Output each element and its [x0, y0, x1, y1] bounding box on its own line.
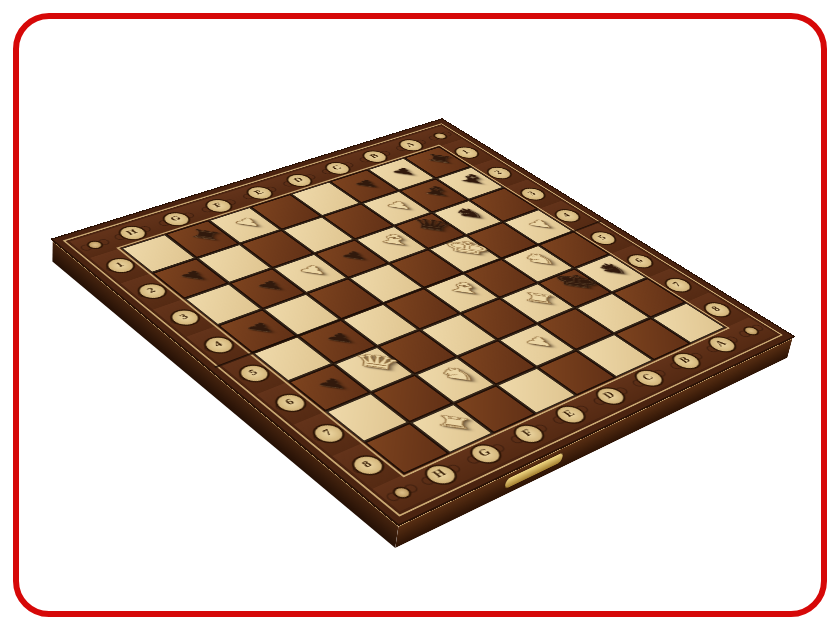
piece-black-knight-b3[interactable]: ♞ [451, 205, 488, 220]
file-label-near-D-medallion: D [590, 384, 632, 408]
file-label-near-B-medallion: B [666, 350, 706, 373]
piece-white-pawn-a4[interactable]: ♟ [526, 217, 555, 229]
square-g8[interactable]: ♜ [410, 403, 494, 453]
rank-label-left-3-medallion: 3 [164, 306, 205, 329]
file-label-near-C-medallion: C [629, 367, 670, 391]
square-d6[interactable] [460, 298, 537, 340]
piece-white-pawn-d7[interactable]: ♟ [523, 334, 555, 349]
square-d7[interactable]: ♟ [498, 324, 576, 368]
piece-white-queen-g6[interactable]: ♛ [350, 350, 403, 374]
square-h4[interactable]: ♟ [217, 309, 297, 353]
piece-black-pawn-h6[interactable]: ♟ [314, 375, 349, 391]
border-corner-dot-icon [84, 239, 107, 251]
piece-white-rook-g8[interactable]: ♜ [434, 413, 475, 432]
square-g5[interactable]: ♟ [297, 319, 377, 363]
piece-black-pawn-g3[interactable]: ♟ [254, 278, 287, 292]
square-g7[interactable] [371, 374, 454, 422]
square-f5[interactable] [341, 303, 419, 346]
square-h3[interactable] [184, 283, 263, 325]
file-label-near-H-medallion: H [418, 461, 463, 489]
border-corner-dot-icon [389, 484, 415, 500]
piece-white-bishop-d3[interactable]: ♝ [373, 230, 415, 248]
file-label-near-H: H [404, 454, 478, 497]
file-label-near-C: C [616, 360, 681, 396]
piece-black-pawn-h2[interactable]: ♟ [176, 268, 210, 282]
square-g6[interactable]: ♛ [333, 346, 414, 392]
piece-white-knight-f7[interactable]: ♞ [436, 364, 478, 383]
file-label-near-G: G [450, 433, 522, 474]
product-photo: HGFEDCBA1♜♟♟♟♜12♟♟♝♝23♟♟♟♝♛♞34♟♚♟45♟♝♞56… [0, 0, 840, 630]
square-f7[interactable]: ♞ [415, 357, 496, 404]
square-f4[interactable] [306, 278, 383, 319]
piece-black-knight-a6[interactable]: ♞ [594, 260, 631, 276]
piece-black-pawn-g5[interactable]: ♟ [323, 330, 357, 345]
piece-black-pawn-b1[interactable]: ♟ [389, 165, 418, 177]
square-e6[interactable] [420, 314, 498, 357]
rank-label-left-4-medallion: 4 [198, 333, 240, 356]
square-f8[interactable] [454, 385, 537, 433]
square-c8[interactable] [576, 334, 654, 378]
square-c7[interactable] [537, 308, 614, 350]
file-label-near-E-medallion: E [549, 402, 592, 427]
file-label-near-A-medallion: A [702, 333, 742, 355]
square-h2[interactable]: ♟ [152, 258, 229, 299]
piece-black-pawn-c1[interactable]: ♟ [351, 177, 380, 189]
square-h5[interactable] [252, 336, 333, 382]
border-corner [372, 474, 431, 511]
square-h8[interactable] [364, 423, 450, 475]
file-label-near-D: D [577, 378, 644, 415]
piece-black-pawn-e3[interactable]: ♟ [338, 248, 369, 261]
square-f6[interactable] [377, 330, 457, 375]
square-d8[interactable] [537, 350, 617, 395]
border-corner-dot-icon [740, 325, 762, 337]
piece-white-rook-c6[interactable]: ♜ [521, 290, 557, 306]
piece-white-pawn-f3[interactable]: ♟ [297, 263, 329, 277]
rank-label-left-5-medallion: 5 [233, 361, 276, 385]
rank-label-left-8-medallion: 8 [345, 452, 390, 480]
rank-label-left-2-medallion: 2 [132, 280, 173, 302]
piece-white-knight-b5[interactable]: ♞ [521, 251, 558, 267]
rank-label-left-1: 1 [90, 248, 152, 283]
piece-white-pawn-f1[interactable]: ♟ [232, 215, 264, 228]
file-label-near-G-medallion: G [464, 441, 508, 468]
square-e5[interactable] [383, 288, 460, 330]
rank-label-left-6-medallion: 6 [269, 390, 313, 415]
rank-label-left-7-medallion: 7 [306, 420, 350, 447]
square-e8[interactable] [496, 367, 577, 414]
piece-black-pawn-h4[interactable]: ♟ [243, 319, 278, 334]
file-label-near-F-medallion: F [507, 421, 551, 447]
square-g4[interactable] [263, 293, 342, 336]
rank-label-left-1-medallion: 1 [101, 255, 141, 276]
piece-black-rook-g1[interactable]: ♜ [186, 227, 224, 242]
square-h7[interactable] [325, 393, 409, 443]
file-label-near-B: B [654, 344, 718, 379]
file-label-near-F: F [494, 414, 564, 454]
square-b8[interactable] [614, 318, 691, 361]
piece-white-pawn-c2[interactable]: ♟ [384, 199, 414, 211]
square-g3[interactable]: ♟ [229, 268, 306, 309]
square-h6[interactable]: ♟ [288, 364, 371, 412]
piece-white-bishop-d5[interactable]: ♝ [442, 278, 485, 297]
square-e7[interactable] [457, 340, 537, 385]
file-label-near-E: E [536, 396, 604, 435]
border-corner-dot-icon [431, 132, 451, 141]
